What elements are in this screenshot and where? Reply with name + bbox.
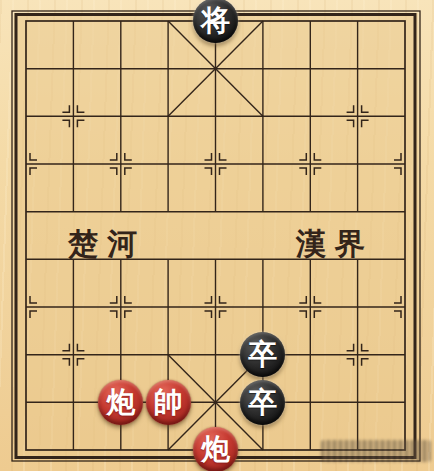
black-soldier[interactable]: 卒 bbox=[240, 380, 285, 425]
watermark bbox=[321, 440, 431, 462]
red-cannon[interactable]: 炮 bbox=[98, 380, 143, 425]
black-general[interactable]: 将 bbox=[193, 0, 238, 43]
black-soldier[interactable]: 卒 bbox=[240, 332, 285, 377]
red-general[interactable]: 帥 bbox=[146, 380, 191, 425]
red-cannon[interactable]: 炮 bbox=[193, 427, 238, 471]
board-grid: 将卒卒炮帥炮 bbox=[2, 0, 428, 471]
xiangqi-screenshot: 楚河 漢界 将卒卒炮帥炮 bbox=[0, 0, 434, 471]
